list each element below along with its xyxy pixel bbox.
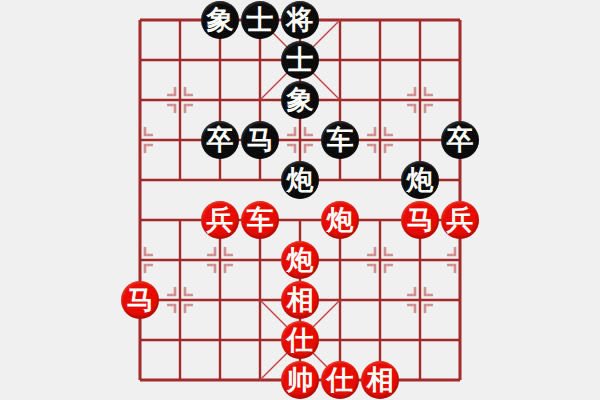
piece-red-cannon[interactable]: 炮 xyxy=(281,241,319,279)
piece-black-chariot[interactable]: 车 xyxy=(321,121,359,159)
piece-black-horse[interactable]: 马 xyxy=(241,121,279,159)
piece-red-horse[interactable]: 马 xyxy=(121,281,159,319)
piece-black-king[interactable]: 将 xyxy=(281,1,319,39)
piece-red-king[interactable]: 帅 xyxy=(281,361,319,399)
piece-red-pawn[interactable]: 兵 xyxy=(201,201,239,239)
piece-layer: 象士将士象卒马车卒炮炮兵车炮马兵炮马相仕帅仕相 xyxy=(120,0,480,400)
piece-red-pawn[interactable]: 兵 xyxy=(441,201,479,239)
piece-black-cannon[interactable]: 炮 xyxy=(401,161,439,199)
piece-black-pawn[interactable]: 卒 xyxy=(201,121,239,159)
piece-red-advisor[interactable]: 仕 xyxy=(321,361,359,399)
piece-black-elephant[interactable]: 象 xyxy=(201,1,239,39)
piece-black-advisor[interactable]: 士 xyxy=(241,1,279,39)
piece-black-cannon[interactable]: 炮 xyxy=(281,161,319,199)
piece-red-elephant[interactable]: 相 xyxy=(361,361,399,399)
piece-black-elephant[interactable]: 象 xyxy=(281,81,319,119)
piece-black-advisor[interactable]: 士 xyxy=(281,41,319,79)
xiangqi-board[interactable]: 象士将士象卒马车卒炮炮兵车炮马兵炮马相仕帅仕相 xyxy=(0,0,600,400)
piece-red-advisor[interactable]: 仕 xyxy=(281,321,319,359)
piece-red-horse[interactable]: 马 xyxy=(401,201,439,239)
piece-red-elephant[interactable]: 相 xyxy=(281,281,319,319)
piece-black-pawn[interactable]: 卒 xyxy=(441,121,479,159)
piece-red-cannon[interactable]: 炮 xyxy=(321,201,359,239)
piece-red-chariot[interactable]: 车 xyxy=(241,201,279,239)
